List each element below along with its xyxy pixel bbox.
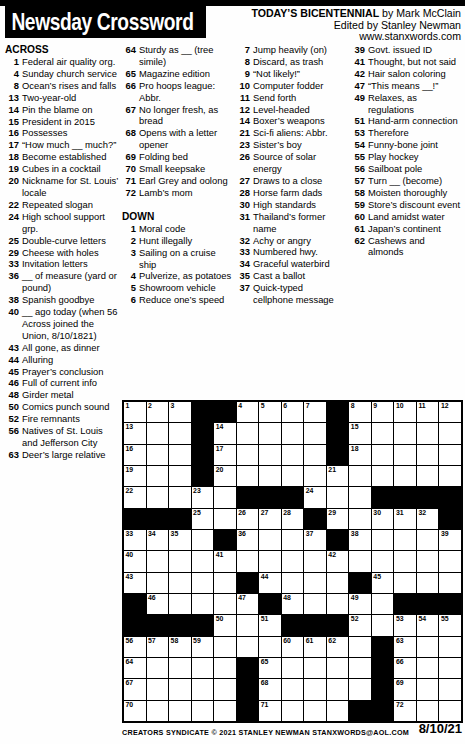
grid-cell[interactable]: 69 <box>394 679 416 699</box>
clue-text: Natives of St. Louis and Jefferson City <box>22 425 119 449</box>
cell-number: 62 <box>328 637 336 645</box>
grid-cell[interactable]: 47 <box>237 594 259 614</box>
clue: 20Nickname for St. Louis’ locale <box>5 175 119 199</box>
clue-text: Source of solar energy <box>253 151 345 175</box>
cell-number: 65 <box>261 658 269 666</box>
grid-cell[interactable] <box>237 637 259 657</box>
grid-cell[interactable] <box>372 551 394 571</box>
clue: 56Sailboat pole <box>351 163 462 175</box>
grid-cell[interactable] <box>192 701 214 721</box>
cell-number: 48 <box>283 594 291 602</box>
clue-text: Become established <box>22 151 119 163</box>
grid-cell[interactable] <box>327 679 349 699</box>
grid-cell[interactable] <box>394 445 416 465</box>
clue-number: 31 <box>236 211 250 235</box>
grid-cell[interactable]: 26 <box>237 509 259 529</box>
grid-cell[interactable] <box>417 466 439 486</box>
grid-cell[interactable] <box>394 530 416 550</box>
clue-text: Jump heavily (on) <box>253 44 345 56</box>
clue-text: President in 2015 <box>22 116 119 128</box>
clue-number: 71 <box>122 175 136 187</box>
clue-text: Graceful waterbird <box>253 258 345 270</box>
grid-cell[interactable] <box>417 679 439 699</box>
cell-number: 27 <box>261 509 269 517</box>
grid-cell[interactable] <box>237 551 259 571</box>
clue: 45Prayer’s conclusion <box>5 366 119 378</box>
grid-cell[interactable]: 11 <box>417 402 439 422</box>
grid-cell[interactable] <box>214 658 236 678</box>
grid-cell[interactable] <box>147 551 169 571</box>
grid-cell[interactable]: 72 <box>394 701 416 721</box>
grid-cell[interactable] <box>304 658 326 678</box>
clue-number: 35 <box>236 270 250 282</box>
grid-cell[interactable] <box>237 615 259 635</box>
grid-cell[interactable]: 54 <box>417 615 439 635</box>
puzzle-title-line: TODAY’S BICENTENNIAL by Mark McClain <box>251 8 461 20</box>
clue-number: 21 <box>236 127 250 139</box>
grid-cell[interactable]: 23 <box>192 487 214 507</box>
grid-cell[interactable] <box>282 679 304 699</box>
grid-cell[interactable]: 52 <box>349 615 371 635</box>
grid-cell[interactable] <box>327 658 349 678</box>
clue-number: 65 <box>122 68 136 80</box>
clue-text: Sister’s boy <box>253 139 345 151</box>
clue-number: 69 <box>122 151 136 163</box>
clue-number: 17 <box>5 139 19 151</box>
clue: 30High standards <box>236 199 345 211</box>
clue-text: High school support grp. <box>22 211 119 235</box>
grid-cell[interactable] <box>349 679 371 699</box>
grid-cell[interactable] <box>439 423 461 443</box>
grid-cell[interactable]: 61 <box>304 637 326 657</box>
grid-cell[interactable] <box>169 423 191 443</box>
grid-cell[interactable]: 6 <box>282 402 304 422</box>
grid-cell[interactable] <box>349 509 371 529</box>
grid-cell[interactable] <box>192 679 214 699</box>
clue-number: 13 <box>5 92 19 104</box>
clue-text: Draws to a close <box>253 175 345 187</box>
grid-cell[interactable]: 17 <box>214 445 236 465</box>
grid-cell[interactable] <box>192 530 214 550</box>
clue-number: 14 <box>5 104 19 116</box>
grid-cell[interactable] <box>394 423 416 443</box>
grid-cell[interactable] <box>304 573 326 593</box>
grid-cell[interactable]: 2 <box>147 402 169 422</box>
grid-cell[interactable]: 13 <box>124 423 146 443</box>
grid-cell[interactable] <box>259 466 281 486</box>
grid-cell[interactable] <box>282 466 304 486</box>
grid-cell[interactable]: 22 <box>124 487 146 507</box>
clue: 7Jump heavily (on) <box>236 44 345 56</box>
grid-cell[interactable]: 38 <box>349 530 371 550</box>
cell-number: 43 <box>126 573 134 581</box>
grid-cell[interactable] <box>349 658 371 678</box>
grid-cell[interactable] <box>439 445 461 465</box>
grid-cell[interactable] <box>192 573 214 593</box>
clue-text: Pin the blame on <box>22 104 119 116</box>
grid-cell[interactable] <box>439 637 461 657</box>
grid-cell[interactable] <box>417 423 439 443</box>
grid-cell[interactable]: 42 <box>327 551 349 571</box>
cell-number: 41 <box>216 551 224 559</box>
grid-cell[interactable] <box>259 551 281 571</box>
grid-cell[interactable] <box>372 530 394 550</box>
grid-cell[interactable]: 5 <box>259 402 281 422</box>
clue: 11Send forth <box>236 92 345 104</box>
grid-cell[interactable] <box>214 509 236 529</box>
grid-cell[interactable] <box>304 445 326 465</box>
clue: 71Earl Grey and oolong <box>122 175 232 187</box>
grid-cell[interactable] <box>417 445 439 465</box>
grid-cell[interactable] <box>327 573 349 593</box>
clue: 59Store’s discount event <box>351 199 462 211</box>
grid-cell[interactable] <box>304 466 326 486</box>
clue-text: “Not likely!” <box>253 68 345 80</box>
grid-cell[interactable] <box>169 594 191 614</box>
clue: 55Play hockey <box>351 151 462 163</box>
clue-number: 32 <box>236 235 250 247</box>
clue-number: 38 <box>5 294 19 306</box>
grid-cell[interactable]: 34 <box>147 530 169 550</box>
grid-cell[interactable] <box>147 445 169 465</box>
grid-cell[interactable]: 36 <box>237 530 259 550</box>
clue: 24High school support grp. <box>5 211 119 235</box>
cell-number: 42 <box>328 551 336 559</box>
grid-cell[interactable] <box>192 658 214 678</box>
grid-cell[interactable]: 64 <box>124 658 146 678</box>
grid-cell[interactable] <box>169 658 191 678</box>
grid-cell[interactable] <box>169 466 191 486</box>
grid-cell-black <box>169 615 191 635</box>
grid-cell[interactable]: 25 <box>192 509 214 529</box>
grid-cell[interactable] <box>169 573 191 593</box>
cell-number: 17 <box>216 445 224 453</box>
grid-cell[interactable]: 68 <box>259 679 281 699</box>
grid-cell[interactable]: 58 <box>169 637 191 657</box>
grid-cell[interactable] <box>304 423 326 443</box>
grid-cell[interactable] <box>417 637 439 657</box>
grid-cell[interactable] <box>169 701 191 721</box>
grid-cell[interactable] <box>439 701 461 721</box>
grid-cell[interactable] <box>237 423 259 443</box>
grid-cell[interactable]: 56 <box>124 637 146 657</box>
grid-cell[interactable] <box>304 551 326 571</box>
grid-cell-black <box>192 423 214 443</box>
grid-cell[interactable] <box>192 594 214 614</box>
grid-cell[interactable] <box>439 551 461 571</box>
cell-number: 28 <box>283 509 291 517</box>
grid-cell[interactable] <box>214 487 236 507</box>
grid-cell[interactable]: 4 <box>237 402 259 422</box>
grid-cell[interactable] <box>147 701 169 721</box>
puzzle-title: TODAY’S BICENTENNIAL <box>251 7 379 19</box>
clue-number: 1 <box>122 223 136 235</box>
cell-number: 60 <box>283 637 291 645</box>
grid-cell[interactable]: 24 <box>304 487 326 507</box>
grid-cell[interactable]: 12 <box>439 402 461 422</box>
grid-cell[interactable]: 40 <box>124 551 146 571</box>
grid-cell[interactable]: 43 <box>124 573 146 593</box>
grid-cell[interactable] <box>417 573 439 593</box>
grid-cell[interactable] <box>214 573 236 593</box>
clue-text: Cheese with holes <box>22 247 119 259</box>
grid-cell-black <box>169 509 191 529</box>
grid-cell[interactable] <box>372 594 394 614</box>
clue-number: 60 <box>351 211 365 223</box>
clue: 3Sailing on a cruise ship <box>122 247 232 271</box>
grid-cell[interactable] <box>147 679 169 699</box>
clue-number: 16 <box>5 127 19 139</box>
grid-cell[interactable]: 70 <box>124 701 146 721</box>
grid-cell[interactable] <box>147 487 169 507</box>
grid-cell[interactable]: 46 <box>147 594 169 614</box>
grid-cell[interactable] <box>147 466 169 486</box>
clue-text: Spanish goodbye <box>22 294 119 306</box>
clue-text: Govt. issued ID <box>368 44 462 56</box>
grid-cell[interactable]: 63 <box>394 637 416 657</box>
grid-cell[interactable]: 1 <box>124 402 146 422</box>
grid-cell[interactable]: 9 <box>372 402 394 422</box>
clue: 69Folding bed <box>122 151 232 163</box>
clue-number: 45 <box>5 366 19 378</box>
grid-cell[interactable] <box>417 551 439 571</box>
cell-number: 70 <box>126 701 134 709</box>
grid-cell-black <box>304 615 326 635</box>
grid-cell[interactable]: 48 <box>282 594 304 614</box>
clue-text: Hair salon coloring <box>368 68 462 80</box>
grid-cell[interactable] <box>214 701 236 721</box>
clue-text: Relaxes, as regulations <box>368 92 462 116</box>
grid-cell[interactable]: 31 <box>394 509 416 529</box>
grid-cell[interactable]: 62 <box>327 637 349 657</box>
grid-cell[interactable] <box>282 551 304 571</box>
grid-cell[interactable] <box>169 445 191 465</box>
grid-cell[interactable]: 32 <box>417 509 439 529</box>
grid-cell[interactable]: 15 <box>349 423 371 443</box>
grid-cell[interactable]: 10 <box>394 402 416 422</box>
grid-cell[interactable]: 50 <box>214 615 236 635</box>
clue-text: Cashews and almonds <box>368 235 462 259</box>
grid-cell[interactable]: 30 <box>372 509 394 529</box>
clue-text: High standards <box>253 199 345 211</box>
grid-cell[interactable] <box>237 445 259 465</box>
clue-text: Deer’s large relative <box>22 449 119 461</box>
clue-number: 5 <box>122 282 136 294</box>
grid-cell[interactable]: 53 <box>394 615 416 635</box>
grid-cell[interactable]: 19 <box>124 466 146 486</box>
grid-cell[interactable] <box>282 701 304 721</box>
grid-cell[interactable] <box>304 594 326 614</box>
grid-cell-black <box>282 615 304 635</box>
clue-number: 40 <box>5 306 19 342</box>
across-clues-part2: 64Sturdy as __ (tree simile)65Magazine e… <box>122 44 232 199</box>
clue-column-2: 64Sturdy as __ (tree simile)65Magazine e… <box>122 44 232 306</box>
grid-cell[interactable]: 65 <box>259 658 281 678</box>
cell-number: 19 <box>126 466 134 474</box>
grid-cell[interactable] <box>439 658 461 678</box>
grid-cell-black <box>439 487 461 507</box>
grid-cell[interactable] <box>259 423 281 443</box>
grid-cell[interactable] <box>372 423 394 443</box>
clue-text: Two-year-old <box>22 92 119 104</box>
clue: 27Draws to a close <box>236 175 345 187</box>
grid-cell[interactable] <box>327 701 349 721</box>
grid-cell[interactable]: 20 <box>214 466 236 486</box>
grid-cell[interactable] <box>349 551 371 571</box>
clue: 33Numbered hwy. <box>236 246 345 258</box>
grid-cell-black <box>192 466 214 486</box>
clue-text: Sunday church service <box>22 68 119 80</box>
grid-cell[interactable] <box>327 487 349 507</box>
grid-cell[interactable] <box>237 466 259 486</box>
website-link[interactable]: www.stanxwords.com <box>251 31 461 43</box>
grid-cell[interactable]: 3 <box>169 402 191 422</box>
clue: 33Invitation letters <box>5 258 119 270</box>
grid-cell[interactable] <box>439 573 461 593</box>
masthead: Newsday Crossword <box>5 6 206 38</box>
grid-cell-black <box>417 487 439 507</box>
clue: 48Girder metal <box>5 389 119 401</box>
grid-cell[interactable] <box>304 679 326 699</box>
grid-cell[interactable]: 14 <box>214 423 236 443</box>
clue: 1Federal air quality org. <box>5 56 119 68</box>
grid-cell[interactable] <box>192 551 214 571</box>
grid-cell[interactable]: 35 <box>169 530 191 550</box>
clue: 62Cashews and almonds <box>351 235 462 259</box>
clue: 44Alluring <box>5 354 119 366</box>
cell-number: 61 <box>306 637 314 645</box>
grid-cell[interactable]: 44 <box>259 573 281 593</box>
cell-number: 40 <box>126 551 134 559</box>
clue-text: Cubes in a cocktail <box>22 163 119 175</box>
grid-cell[interactable] <box>372 615 394 635</box>
clue-number: 27 <box>236 175 250 187</box>
grid-cell[interactable] <box>214 594 236 614</box>
grid-cell[interactable] <box>282 530 304 550</box>
grid-cell-black <box>282 487 304 507</box>
cell-number: 38 <box>351 530 359 538</box>
grid-cell[interactable] <box>147 423 169 443</box>
grid-cell[interactable]: 18 <box>349 445 371 465</box>
clue-text: Full of current info <box>22 377 119 389</box>
grid-cell[interactable]: 33 <box>124 530 146 550</box>
cell-number: 58 <box>171 637 179 645</box>
grid-cell-black <box>192 445 214 465</box>
grid-cell[interactable]: 55 <box>439 615 461 635</box>
grid-cell[interactable] <box>394 551 416 571</box>
grid-cell[interactable]: 16 <box>124 445 146 465</box>
cell-number: 51 <box>261 615 269 623</box>
grid-cell[interactable] <box>282 573 304 593</box>
cell-number: 53 <box>396 615 404 623</box>
cell-number: 32 <box>418 509 426 517</box>
grid-cell[interactable] <box>304 701 326 721</box>
grid-cell[interactable] <box>259 637 281 657</box>
grid-cell[interactable] <box>394 466 416 486</box>
grid-cell[interactable]: 67 <box>124 679 146 699</box>
cell-number: 72 <box>396 701 404 709</box>
grid-cell[interactable] <box>214 679 236 699</box>
cell-number: 10 <box>396 402 404 410</box>
clue: 25Double-curve letters <box>5 235 119 247</box>
clue-text: Double-curve letters <box>22 235 119 247</box>
grid-cell[interactable] <box>439 466 461 486</box>
grid-cell[interactable] <box>417 530 439 550</box>
grid-cell[interactable] <box>259 530 281 550</box>
grid-cell[interactable] <box>169 679 191 699</box>
grid-cell[interactable]: 45 <box>372 573 394 593</box>
grid-cell[interactable]: 7 <box>304 402 326 422</box>
grid-cell[interactable] <box>439 679 461 699</box>
grid-cell[interactable]: 60 <box>282 637 304 657</box>
grid-cell[interactable] <box>259 445 281 465</box>
grid-cell[interactable] <box>169 551 191 571</box>
clue: 9“Not likely!” <box>236 68 345 80</box>
grid-cell[interactable] <box>282 658 304 678</box>
grid-cell[interactable]: 8 <box>349 402 371 422</box>
clue-number: 8 <box>236 56 250 68</box>
grid-cell-black <box>237 487 259 507</box>
grid-cell[interactable] <box>372 466 394 486</box>
cell-number: 7 <box>306 402 310 410</box>
grid-cell[interactable]: 37 <box>304 530 326 550</box>
grid-cell[interactable]: 71 <box>259 701 281 721</box>
grid-cell[interactable] <box>147 658 169 678</box>
clue-number: 52 <box>5 413 19 425</box>
grid-cell[interactable]: 49 <box>349 594 371 614</box>
grid-cell[interactable]: 39 <box>439 530 461 550</box>
grid-cell[interactable]: 27 <box>259 509 281 529</box>
clue: 72Lamb’s mom <box>122 187 232 199</box>
grid-cell[interactable] <box>417 701 439 721</box>
clue-number: 29 <box>5 247 19 259</box>
clue-number: 34 <box>236 258 250 270</box>
grid-cell[interactable]: 29 <box>327 509 349 529</box>
grid-cell[interactable]: 51 <box>259 615 281 635</box>
clue-text: Turn __ (become) <box>368 175 462 187</box>
grid-cell[interactable] <box>372 445 394 465</box>
clue-text: Level-headed <box>253 104 345 116</box>
grid-cell[interactable]: 21 <box>327 466 349 486</box>
cell-number: 46 <box>148 594 156 602</box>
grid-cell[interactable]: 28 <box>282 509 304 529</box>
grid-cell[interactable]: 41 <box>214 551 236 571</box>
clue-number: 63 <box>5 449 19 461</box>
cell-number: 25 <box>193 509 201 517</box>
grid-cell[interactable] <box>214 637 236 657</box>
publication-info: TODAY’S BICENTENNIAL by Mark McClain Edi… <box>251 8 461 43</box>
clue-number: 2 <box>122 235 136 247</box>
grid-cell[interactable]: 57 <box>147 637 169 657</box>
grid-cell[interactable] <box>147 573 169 593</box>
grid-cell[interactable] <box>327 594 349 614</box>
clue: 41Thought, but not said <box>351 56 462 68</box>
grid-cell[interactable] <box>394 573 416 593</box>
clue: 35Cast a ballot <box>236 270 345 282</box>
grid-cell[interactable]: 59 <box>192 637 214 657</box>
down-clues-part2: 7Jump heavily (on)8Discard, as trash9“No… <box>236 44 345 306</box>
grid-cell[interactable] <box>282 423 304 443</box>
grid-cell[interactable] <box>417 658 439 678</box>
grid-cell[interactable] <box>349 466 371 486</box>
grid-cell[interactable]: 66 <box>394 658 416 678</box>
grid-cell[interactable] <box>169 487 191 507</box>
grid-cell[interactable] <box>349 637 371 657</box>
clue-number: 25 <box>5 235 19 247</box>
grid-cell[interactable] <box>282 445 304 465</box>
clue-number: 51 <box>351 115 365 127</box>
grid-cell[interactable] <box>349 487 371 507</box>
